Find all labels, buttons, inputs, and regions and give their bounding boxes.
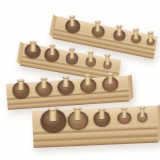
knob-top-cap: [69, 47, 75, 50]
cylinder-knob-bottom-2: [75, 107, 81, 120]
cylinder-knob-top-5: [149, 31, 153, 42]
knob-top-cap: [49, 44, 55, 47]
cylinder-knob-second-1: [30, 40, 35, 51]
knob-stem: [41, 79, 46, 89]
cylinder-knob-top-4: [134, 28, 138, 39]
knob-top-cap: [98, 108, 105, 111]
knob-stem: [75, 109, 81, 121]
knob-top-cap: [139, 106, 145, 109]
knob-top-cap: [133, 28, 139, 31]
cylinder-knob-third-1: [19, 79, 24, 90]
cylinder-knob-second-4: [89, 51, 93, 62]
cylinder-knob-third-3: [64, 76, 69, 87]
knob-stem: [140, 107, 144, 117]
knob-top-cap: [70, 15, 76, 18]
knob-top-cap: [116, 25, 122, 28]
cylinder-knob-third-5: [108, 73, 112, 84]
cylinder-knob-top-2: [96, 20, 100, 31]
knob-stem: [122, 108, 126, 118]
knob-top-cap: [88, 51, 94, 54]
knob-top-cap: [104, 54, 110, 57]
knob-stem: [64, 77, 69, 87]
cylinder-knob-bottom-4: [122, 107, 126, 118]
cylinder-knob-second-2: [50, 44, 54, 55]
knob-stem: [19, 81, 24, 91]
cylinder-knob-second-3: [70, 47, 74, 58]
knob-stem: [108, 74, 112, 84]
cylinder-knob-bottom-3: [99, 108, 104, 119]
cylinder-block-third: [6, 75, 130, 109]
cylinder-block-bottom: [32, 106, 158, 148]
cylinder-knob-top-1: [71, 15, 75, 26]
cylinder-knob-second-5: [105, 54, 109, 65]
cylinder-knob-bottom-1: [50, 107, 57, 121]
knob-stem: [99, 109, 104, 119]
product-photo: [0, 0, 160, 160]
cylinder-knob-third-4: [86, 75, 91, 86]
knob-top-cap: [29, 40, 36, 43]
cylinder-knob-third-2: [41, 78, 46, 89]
knob-stem: [86, 76, 91, 86]
cylinder-knob-top-3: [117, 25, 121, 36]
knob-top-cap: [121, 107, 127, 110]
knob-top-cap: [148, 31, 154, 34]
knob-top-cap: [95, 20, 101, 23]
cylinder-knob-bottom-5: [140, 106, 144, 117]
